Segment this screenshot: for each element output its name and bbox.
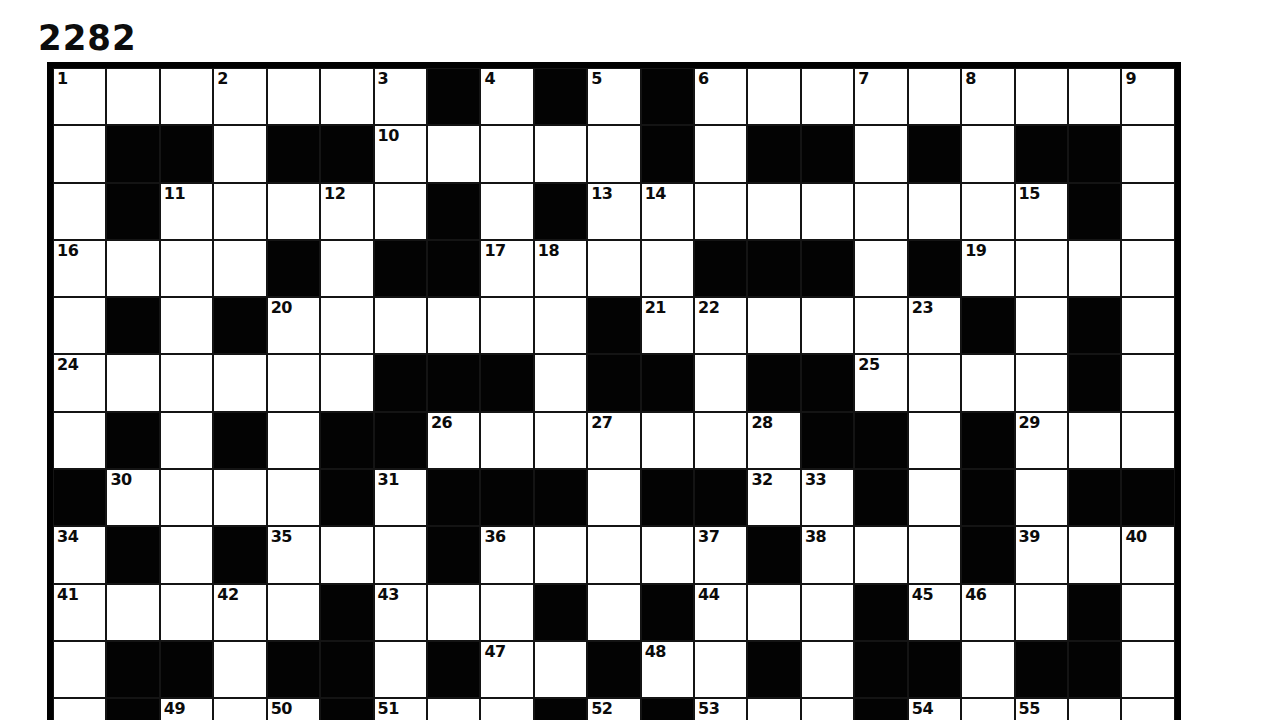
cell-r2c19 bbox=[1015, 125, 1068, 182]
clue-number-11: 11 bbox=[164, 184, 185, 204]
cell-r2c2 bbox=[106, 125, 159, 182]
cell-r8c15[interactable]: 33 bbox=[801, 469, 854, 526]
cell-r5c9[interactable] bbox=[480, 297, 533, 354]
cell-r6c8 bbox=[427, 354, 480, 411]
cell-r5c18 bbox=[961, 297, 1014, 354]
cell-r7c15 bbox=[801, 412, 854, 469]
cell-r4c18[interactable]: 19 bbox=[961, 240, 1014, 297]
cell-r3c2 bbox=[106, 183, 159, 240]
cell-r11c1[interactable] bbox=[53, 641, 106, 698]
cell-r9c8 bbox=[427, 526, 480, 583]
cell-r5c3[interactable] bbox=[160, 297, 213, 354]
cell-r2c13[interactable] bbox=[694, 125, 747, 182]
cell-r1c6[interactable] bbox=[320, 68, 373, 125]
cell-r3c10 bbox=[534, 183, 587, 240]
cell-r6c2[interactable] bbox=[106, 354, 159, 411]
cell-r1c13[interactable]: 6 bbox=[694, 68, 747, 125]
cell-r9c5[interactable]: 35 bbox=[267, 526, 320, 583]
cell-r4c12[interactable] bbox=[641, 240, 694, 297]
cell-r1c11[interactable]: 5 bbox=[587, 68, 640, 125]
cell-r1c2[interactable] bbox=[106, 68, 159, 125]
clue-number-36: 36 bbox=[484, 527, 505, 547]
cell-r4c21[interactable] bbox=[1121, 240, 1174, 297]
cell-r8c19[interactable] bbox=[1015, 469, 1068, 526]
clue-number-30: 30 bbox=[110, 470, 131, 490]
cell-r5c15[interactable] bbox=[801, 297, 854, 354]
cell-r11c10[interactable] bbox=[534, 641, 587, 698]
crossword-grid: 1234567891011121314151617181920212223242… bbox=[53, 68, 1175, 720]
cell-r5c20 bbox=[1068, 297, 1121, 354]
cell-r9c20[interactable] bbox=[1068, 526, 1121, 583]
cell-r2c21[interactable] bbox=[1121, 125, 1174, 182]
cell-r9c15[interactable]: 38 bbox=[801, 526, 854, 583]
cell-r7c16 bbox=[854, 412, 907, 469]
cell-r11c20 bbox=[1068, 641, 1121, 698]
clue-number-2: 2 bbox=[217, 69, 228, 89]
cell-r1c16[interactable]: 7 bbox=[854, 68, 907, 125]
cell-r3c11[interactable]: 13 bbox=[587, 183, 640, 240]
cell-r2c16[interactable] bbox=[854, 125, 907, 182]
clue-number-15: 15 bbox=[1019, 184, 1040, 204]
cell-r9c11[interactable] bbox=[587, 526, 640, 583]
cell-r6c9 bbox=[480, 354, 533, 411]
cell-r11c21[interactable] bbox=[1121, 641, 1174, 698]
cell-r10c8[interactable] bbox=[427, 584, 480, 641]
cell-r6c3[interactable] bbox=[160, 354, 213, 411]
cell-r10c16 bbox=[854, 584, 907, 641]
cell-r3c1[interactable] bbox=[53, 183, 106, 240]
cell-r9c7[interactable] bbox=[374, 526, 427, 583]
cell-r1c17[interactable] bbox=[908, 68, 961, 125]
clue-number-51: 51 bbox=[378, 699, 399, 719]
cell-r12c19[interactable]: 55 bbox=[1015, 698, 1068, 720]
cell-r8c5[interactable] bbox=[267, 469, 320, 526]
cell-r4c8 bbox=[427, 240, 480, 297]
cell-r4c2[interactable] bbox=[106, 240, 159, 297]
cell-r10c4[interactable]: 42 bbox=[213, 584, 266, 641]
clue-number-33: 33 bbox=[805, 470, 826, 490]
cell-r4c11[interactable] bbox=[587, 240, 640, 297]
cell-r8c14[interactable]: 32 bbox=[747, 469, 800, 526]
cell-r5c17[interactable]: 23 bbox=[908, 297, 961, 354]
cell-r10c2[interactable] bbox=[106, 584, 159, 641]
cell-r2c18[interactable] bbox=[961, 125, 1014, 182]
cell-r8c17[interactable] bbox=[908, 469, 961, 526]
cell-r4c7 bbox=[374, 240, 427, 297]
cell-r9c3[interactable] bbox=[160, 526, 213, 583]
cell-r12c5[interactable]: 50 bbox=[267, 698, 320, 720]
cell-r1c21[interactable]: 9 bbox=[1121, 68, 1174, 125]
cell-r6c13[interactable] bbox=[694, 354, 747, 411]
puzzle-number: 2282 bbox=[38, 17, 137, 59]
cell-r3c18[interactable] bbox=[961, 183, 1014, 240]
clue-number-1: 1 bbox=[57, 69, 68, 89]
clue-number-20: 20 bbox=[271, 298, 292, 318]
cell-r5c6[interactable] bbox=[320, 297, 373, 354]
clue-number-3: 3 bbox=[378, 69, 389, 89]
cell-r8c18 bbox=[961, 469, 1014, 526]
cell-r7c10[interactable] bbox=[534, 412, 587, 469]
cell-r12c18[interactable] bbox=[961, 698, 1014, 720]
cell-r6c11 bbox=[587, 354, 640, 411]
clue-number-8: 8 bbox=[965, 69, 976, 89]
cell-r12c9[interactable] bbox=[480, 698, 533, 720]
cell-r1c8 bbox=[427, 68, 480, 125]
cell-r12c21[interactable] bbox=[1121, 698, 1174, 720]
cell-r1c3[interactable] bbox=[160, 68, 213, 125]
cell-r8c20 bbox=[1068, 469, 1121, 526]
cell-r7c21[interactable] bbox=[1121, 412, 1174, 469]
cell-r4c1[interactable]: 16 bbox=[53, 240, 106, 297]
cell-r9c18 bbox=[961, 526, 1014, 583]
cell-r7c2 bbox=[106, 412, 159, 469]
cell-r12c4[interactable] bbox=[213, 698, 266, 720]
cell-r4c19[interactable] bbox=[1015, 240, 1068, 297]
cell-r1c19[interactable] bbox=[1015, 68, 1068, 125]
cell-r4c10[interactable]: 18 bbox=[534, 240, 587, 297]
clue-number-35: 35 bbox=[271, 527, 292, 547]
clue-number-24: 24 bbox=[57, 355, 78, 375]
cell-r12c3[interactable]: 49 bbox=[160, 698, 213, 720]
cell-r4c6[interactable] bbox=[320, 240, 373, 297]
cell-r3c6[interactable]: 12 bbox=[320, 183, 373, 240]
cell-r8c4[interactable] bbox=[213, 469, 266, 526]
cell-r10c17[interactable]: 45 bbox=[908, 584, 961, 641]
cell-r12c8[interactable] bbox=[427, 698, 480, 720]
cell-r11c13[interactable] bbox=[694, 641, 747, 698]
cell-r9c21[interactable]: 40 bbox=[1121, 526, 1174, 583]
cell-r4c13 bbox=[694, 240, 747, 297]
cell-r9c9[interactable]: 36 bbox=[480, 526, 533, 583]
clue-number-46: 46 bbox=[965, 585, 986, 605]
cell-r5c21[interactable] bbox=[1121, 297, 1174, 354]
cell-r5c7[interactable] bbox=[374, 297, 427, 354]
cell-r12c2 bbox=[106, 698, 159, 720]
cell-r12c10 bbox=[534, 698, 587, 720]
clue-number-27: 27 bbox=[591, 413, 612, 433]
cell-r10c9[interactable] bbox=[480, 584, 533, 641]
cell-r8c8 bbox=[427, 469, 480, 526]
cell-r12c17[interactable]: 54 bbox=[908, 698, 961, 720]
cell-r11c12[interactable]: 48 bbox=[641, 641, 694, 698]
clue-number-50: 50 bbox=[271, 699, 292, 719]
cell-r7c9[interactable] bbox=[480, 412, 533, 469]
cell-r7c19[interactable]: 29 bbox=[1015, 412, 1068, 469]
clue-number-5: 5 bbox=[591, 69, 602, 89]
cell-r2c14 bbox=[747, 125, 800, 182]
clue-number-16: 16 bbox=[57, 241, 78, 261]
cell-r7c3[interactable] bbox=[160, 412, 213, 469]
clue-number-21: 21 bbox=[645, 298, 666, 318]
cell-r3c14[interactable] bbox=[747, 183, 800, 240]
cell-r9c12[interactable] bbox=[641, 526, 694, 583]
clue-number-48: 48 bbox=[645, 642, 666, 662]
clue-number-29: 29 bbox=[1019, 413, 1040, 433]
cell-r11c15[interactable] bbox=[801, 641, 854, 698]
cell-r8c9 bbox=[480, 469, 533, 526]
cell-r1c20[interactable] bbox=[1068, 68, 1121, 125]
cell-r8c3[interactable] bbox=[160, 469, 213, 526]
cell-r12c20[interactable] bbox=[1068, 698, 1121, 720]
cell-r2c10[interactable] bbox=[534, 125, 587, 182]
cell-r10c13[interactable]: 44 bbox=[694, 584, 747, 641]
cell-r7c17[interactable] bbox=[908, 412, 961, 469]
cell-r1c9[interactable]: 4 bbox=[480, 68, 533, 125]
cell-r6c4[interactable] bbox=[213, 354, 266, 411]
clue-number-18: 18 bbox=[538, 241, 559, 261]
clue-number-49: 49 bbox=[164, 699, 185, 719]
cell-r7c14[interactable]: 28 bbox=[747, 412, 800, 469]
crossword-board-frame: 1234567891011121314151617181920212223242… bbox=[47, 62, 1181, 720]
cell-r6c5[interactable] bbox=[267, 354, 320, 411]
cell-r10c5[interactable] bbox=[267, 584, 320, 641]
clue-number-34: 34 bbox=[57, 527, 78, 547]
cell-r11c6 bbox=[320, 641, 373, 698]
cell-r10c19[interactable] bbox=[1015, 584, 1068, 641]
cell-r5c8[interactable] bbox=[427, 297, 480, 354]
cell-r11c18[interactable] bbox=[961, 641, 1014, 698]
cell-r7c7 bbox=[374, 412, 427, 469]
cell-r11c4[interactable] bbox=[213, 641, 266, 698]
cell-r2c12 bbox=[641, 125, 694, 182]
cell-r4c16[interactable] bbox=[854, 240, 907, 297]
clue-number-32: 32 bbox=[751, 470, 772, 490]
cell-r2c7[interactable]: 10 bbox=[374, 125, 427, 182]
cell-r10c1[interactable]: 41 bbox=[53, 584, 106, 641]
clue-number-10: 10 bbox=[378, 126, 399, 146]
cell-r5c19[interactable] bbox=[1015, 297, 1068, 354]
clue-number-23: 23 bbox=[912, 298, 933, 318]
cell-r11c14 bbox=[747, 641, 800, 698]
cell-r12c13[interactable]: 53 bbox=[694, 698, 747, 720]
cell-r8c16 bbox=[854, 469, 907, 526]
cell-r3c5[interactable] bbox=[267, 183, 320, 240]
cell-r8c2[interactable]: 30 bbox=[106, 469, 159, 526]
cell-r5c4 bbox=[213, 297, 266, 354]
cell-r3c17[interactable] bbox=[908, 183, 961, 240]
cell-r11c11 bbox=[587, 641, 640, 698]
cell-r12c7[interactable]: 51 bbox=[374, 698, 427, 720]
cell-r6c19[interactable] bbox=[1015, 354, 1068, 411]
cell-r5c5[interactable]: 20 bbox=[267, 297, 320, 354]
cell-r8c11[interactable] bbox=[587, 469, 640, 526]
clue-number-44: 44 bbox=[698, 585, 719, 605]
cell-r3c16[interactable] bbox=[854, 183, 907, 240]
clue-number-37: 37 bbox=[698, 527, 719, 547]
cell-r9c6[interactable] bbox=[320, 526, 373, 583]
cell-r3c12[interactable]: 14 bbox=[641, 183, 694, 240]
clue-number-19: 19 bbox=[965, 241, 986, 261]
cell-r7c20[interactable] bbox=[1068, 412, 1121, 469]
clue-number-38: 38 bbox=[805, 527, 826, 547]
cell-r12c1[interactable] bbox=[53, 698, 106, 720]
cell-r7c11[interactable]: 27 bbox=[587, 412, 640, 469]
cell-r12c15[interactable] bbox=[801, 698, 854, 720]
cell-r12c16 bbox=[854, 698, 907, 720]
cell-r3c15[interactable] bbox=[801, 183, 854, 240]
cell-r4c3[interactable] bbox=[160, 240, 213, 297]
cell-r9c4 bbox=[213, 526, 266, 583]
cell-r10c7[interactable]: 43 bbox=[374, 584, 427, 641]
cell-r11c3 bbox=[160, 641, 213, 698]
clue-number-39: 39 bbox=[1019, 527, 1040, 547]
clue-number-26: 26 bbox=[431, 413, 452, 433]
cell-r10c6 bbox=[320, 584, 373, 641]
cell-r2c3 bbox=[160, 125, 213, 182]
cell-r1c18[interactable]: 8 bbox=[961, 68, 1014, 125]
cell-r11c5 bbox=[267, 641, 320, 698]
cell-r10c18[interactable]: 46 bbox=[961, 584, 1014, 641]
cell-r1c12 bbox=[641, 68, 694, 125]
cell-r6c18[interactable] bbox=[961, 354, 1014, 411]
cell-r5c12[interactable]: 21 bbox=[641, 297, 694, 354]
cell-r11c9[interactable]: 47 bbox=[480, 641, 533, 698]
cell-r10c20 bbox=[1068, 584, 1121, 641]
cell-r9c13[interactable]: 37 bbox=[694, 526, 747, 583]
clue-number-47: 47 bbox=[484, 642, 505, 662]
cell-r5c13[interactable]: 22 bbox=[694, 297, 747, 354]
cell-r2c8[interactable] bbox=[427, 125, 480, 182]
cell-r8c6 bbox=[320, 469, 373, 526]
cell-r11c17 bbox=[908, 641, 961, 698]
cell-r4c20[interactable] bbox=[1068, 240, 1121, 297]
cell-r6c10[interactable] bbox=[534, 354, 587, 411]
cell-r9c1[interactable]: 34 bbox=[53, 526, 106, 583]
clue-number-52: 52 bbox=[591, 699, 612, 719]
cell-r5c14[interactable] bbox=[747, 297, 800, 354]
cell-r6c21[interactable] bbox=[1121, 354, 1174, 411]
cell-r1c10 bbox=[534, 68, 587, 125]
cell-r5c10[interactable] bbox=[534, 297, 587, 354]
cell-r6c14 bbox=[747, 354, 800, 411]
cell-r9c2 bbox=[106, 526, 159, 583]
cell-r6c17[interactable] bbox=[908, 354, 961, 411]
cell-r5c16[interactable] bbox=[854, 297, 907, 354]
cell-r2c17 bbox=[908, 125, 961, 182]
cell-r6c12 bbox=[641, 354, 694, 411]
cell-r1c7[interactable]: 3 bbox=[374, 68, 427, 125]
cell-r3c7[interactable] bbox=[374, 183, 427, 240]
clue-number-45: 45 bbox=[912, 585, 933, 605]
cell-r6c7 bbox=[374, 354, 427, 411]
cell-r9c19[interactable]: 39 bbox=[1015, 526, 1068, 583]
cell-r9c17[interactable] bbox=[908, 526, 961, 583]
clue-number-14: 14 bbox=[645, 184, 666, 204]
clue-number-25: 25 bbox=[858, 355, 879, 375]
cell-r2c1[interactable] bbox=[53, 125, 106, 182]
cell-r5c2 bbox=[106, 297, 159, 354]
clue-number-4: 4 bbox=[484, 69, 495, 89]
cell-r9c14 bbox=[747, 526, 800, 583]
cell-r4c9[interactable]: 17 bbox=[480, 240, 533, 297]
cell-r7c1[interactable] bbox=[53, 412, 106, 469]
cell-r6c20 bbox=[1068, 354, 1121, 411]
cell-r2c5 bbox=[267, 125, 320, 182]
cell-r1c4[interactable]: 2 bbox=[213, 68, 266, 125]
cell-r4c17 bbox=[908, 240, 961, 297]
clue-number-6: 6 bbox=[698, 69, 709, 89]
cell-r1c1[interactable]: 1 bbox=[53, 68, 106, 125]
cell-r3c8 bbox=[427, 183, 480, 240]
cell-r10c14[interactable] bbox=[747, 584, 800, 641]
cell-r11c8 bbox=[427, 641, 480, 698]
cell-r2c4[interactable] bbox=[213, 125, 266, 182]
clue-number-43: 43 bbox=[378, 585, 399, 605]
cell-r8c7[interactable]: 31 bbox=[374, 469, 427, 526]
cell-r10c15[interactable] bbox=[801, 584, 854, 641]
cell-r9c10[interactable] bbox=[534, 526, 587, 583]
cell-r3c20 bbox=[1068, 183, 1121, 240]
cell-r7c18 bbox=[961, 412, 1014, 469]
clue-number-22: 22 bbox=[698, 298, 719, 318]
cell-r6c15 bbox=[801, 354, 854, 411]
clue-number-40: 40 bbox=[1125, 527, 1146, 547]
cell-r8c13 bbox=[694, 469, 747, 526]
clue-number-31: 31 bbox=[378, 470, 399, 490]
cell-r8c21 bbox=[1121, 469, 1174, 526]
cell-r2c9[interactable] bbox=[480, 125, 533, 182]
cell-r11c16 bbox=[854, 641, 907, 698]
cell-r3c19[interactable]: 15 bbox=[1015, 183, 1068, 240]
clue-number-41: 41 bbox=[57, 585, 78, 605]
cell-r9c16[interactable] bbox=[854, 526, 907, 583]
cell-r8c10 bbox=[534, 469, 587, 526]
cell-r10c12 bbox=[641, 584, 694, 641]
cell-r10c3[interactable] bbox=[160, 584, 213, 641]
cell-r3c3[interactable]: 11 bbox=[160, 183, 213, 240]
cell-r3c21[interactable] bbox=[1121, 183, 1174, 240]
clue-number-54: 54 bbox=[912, 699, 933, 719]
cell-r4c4[interactable] bbox=[213, 240, 266, 297]
cell-r12c14[interactable] bbox=[747, 698, 800, 720]
cell-r7c4 bbox=[213, 412, 266, 469]
cell-r1c14[interactable] bbox=[747, 68, 800, 125]
cell-r4c5 bbox=[267, 240, 320, 297]
cell-r5c1[interactable] bbox=[53, 297, 106, 354]
clue-number-9: 9 bbox=[1125, 69, 1136, 89]
clue-number-28: 28 bbox=[751, 413, 772, 433]
cell-r1c5[interactable] bbox=[267, 68, 320, 125]
cell-r12c11[interactable]: 52 bbox=[587, 698, 640, 720]
clue-number-53: 53 bbox=[698, 699, 719, 719]
cell-r10c11[interactable] bbox=[587, 584, 640, 641]
cell-r11c2 bbox=[106, 641, 159, 698]
cell-r2c6 bbox=[320, 125, 373, 182]
cell-r3c9[interactable] bbox=[480, 183, 533, 240]
cell-r8c1 bbox=[53, 469, 106, 526]
cell-r11c7[interactable] bbox=[374, 641, 427, 698]
cell-r4c14 bbox=[747, 240, 800, 297]
cell-r2c11[interactable] bbox=[587, 125, 640, 182]
cell-r7c6 bbox=[320, 412, 373, 469]
cell-r6c16[interactable]: 25 bbox=[854, 354, 907, 411]
cell-r4c15 bbox=[801, 240, 854, 297]
cell-r6c1[interactable]: 24 bbox=[53, 354, 106, 411]
cell-r7c13[interactable] bbox=[694, 412, 747, 469]
cell-r2c15 bbox=[801, 125, 854, 182]
cell-r3c4[interactable] bbox=[213, 183, 266, 240]
cell-r7c5[interactable] bbox=[267, 412, 320, 469]
clue-number-55: 55 bbox=[1019, 699, 1040, 719]
cell-r6c6[interactable] bbox=[320, 354, 373, 411]
cell-r7c12[interactable] bbox=[641, 412, 694, 469]
cell-r12c6 bbox=[320, 698, 373, 720]
cell-r7c8[interactable]: 26 bbox=[427, 412, 480, 469]
cell-r8c12 bbox=[641, 469, 694, 526]
cell-r1c15[interactable] bbox=[801, 68, 854, 125]
cell-r10c21[interactable] bbox=[1121, 584, 1174, 641]
cell-r3c13[interactable] bbox=[694, 183, 747, 240]
